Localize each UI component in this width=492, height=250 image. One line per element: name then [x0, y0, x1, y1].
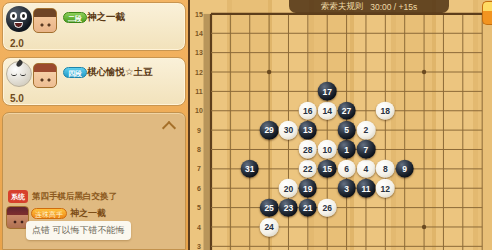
stone-11-black: 11	[357, 179, 376, 198]
stone-16-white: 16	[299, 101, 318, 120]
stone-21-black: 21	[299, 198, 318, 217]
stone-31-black: 31	[240, 160, 259, 179]
rule-time-bar: 索索夫规则 30:00 / +15s	[289, 0, 449, 13]
hair-tuft-icon	[15, 59, 23, 68]
stone-5-black: 5	[337, 121, 356, 140]
stone-3-black: 3	[337, 179, 356, 198]
stone-27-black: 27	[337, 101, 356, 120]
player2-avatar[interactable]	[33, 63, 57, 88]
stone-10-white: 10	[318, 140, 337, 159]
player1-name: 神之一截	[87, 11, 125, 24]
stone-4-white: 4	[357, 160, 376, 179]
sidebar: 二段 神之一截 2.0 四段 棋心愉悦☆土豆 5.0 系统 第四手棋后黑白交换了	[0, 0, 190, 250]
white-stone-face-icon	[6, 61, 32, 87]
chat-title-badge: 连珠高手	[31, 208, 67, 219]
player2-score: 5.0	[10, 93, 24, 104]
chat-message-header: 连珠高手 神之一截	[31, 207, 106, 220]
gomoku-app-window: 二段 神之一截 2.0 四段 棋心愉悦☆土豆 5.0 系统 第四手棋后黑白交换了	[0, 0, 492, 250]
stone-9-black: 9	[395, 160, 414, 179]
system-badge: 系统	[8, 190, 28, 203]
player-panel-white: 四段 棋心愉悦☆土豆 5.0	[2, 57, 186, 106]
stone-28-white: 28	[299, 140, 318, 159]
stones-layer: 1234567891011121314151617181920212223242…	[190, 0, 492, 250]
black-stone-face-icon	[6, 6, 32, 32]
player1-score: 2.0	[10, 38, 24, 49]
player-panel-black: 二段 神之一截 2.0	[2, 2, 186, 51]
stone-23-black: 23	[279, 198, 298, 217]
system-message: 第四手棋后黑白交换了	[32, 191, 117, 203]
stone-20-white: 20	[279, 179, 298, 198]
stone-2-white: 2	[357, 121, 376, 140]
stone-7-black: 7	[357, 140, 376, 159]
stone-19-black: 19	[299, 179, 318, 198]
stone-1-black: 1	[337, 140, 356, 159]
eye-icon	[20, 12, 27, 20]
chevron-up-icon[interactable]	[162, 121, 176, 135]
eye-icon	[10, 12, 17, 20]
stone-6-white: 6	[337, 160, 356, 179]
corner-button[interactable]	[482, 1, 492, 25]
stone-29-black: 29	[260, 121, 279, 140]
stone-30-white: 30	[279, 121, 298, 140]
rule-name: 索索夫规则	[321, 1, 364, 13]
stone-15-black: 15	[318, 160, 337, 179]
time-control: 30:00 / +15s	[370, 2, 417, 12]
eye-icon	[20, 70, 26, 76]
stone-22-white: 22	[299, 160, 318, 179]
stone-17-black: 17	[318, 82, 337, 101]
mouth-icon	[14, 22, 23, 28]
stone-25-black: 25	[260, 198, 279, 217]
chat-user-name: 神之一截	[70, 207, 106, 220]
stone-8-white: 8	[376, 160, 395, 179]
board-area: 1514131211109876543 12345678910111213141…	[190, 0, 492, 250]
player1-avatar[interactable]	[33, 8, 57, 33]
stone-18-white: 18	[376, 101, 395, 120]
stone-12-white: 12	[376, 179, 395, 198]
player1-rank-badge: 二段	[63, 12, 87, 23]
stone-24-white: 24	[260, 218, 279, 237]
eye-icon	[11, 70, 17, 76]
chat-panel: 系统 第四手棋后黑白交换了 连珠高手 神之一截 点错 可以悔下错不能悔	[2, 112, 186, 250]
stone-14-white: 14	[318, 101, 337, 120]
stone-26-white: 26	[318, 198, 337, 217]
player2-rank-badge: 四段	[63, 67, 87, 78]
chat-bubble: 点错 可以悔下错不能悔	[26, 221, 131, 240]
stone-13-black: 13	[299, 121, 318, 140]
player2-name: 棋心愉悦☆土豆	[87, 66, 153, 79]
system-message-row: 系统 第四手棋后黑白交换了	[8, 190, 117, 203]
